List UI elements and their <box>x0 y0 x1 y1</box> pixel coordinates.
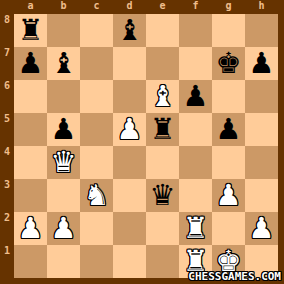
square-f3 <box>179 179 212 212</box>
square-f4 <box>179 146 212 179</box>
square-b2: ♟ <box>47 212 80 245</box>
square-f7 <box>179 47 212 80</box>
square-c8 <box>80 14 113 47</box>
square-a1 <box>14 245 47 278</box>
square-h5 <box>245 113 278 146</box>
piece-black-rook-e5: ♜ <box>146 113 179 146</box>
piece-black-pawn-f6: ♟ <box>179 80 212 113</box>
square-c4 <box>80 146 113 179</box>
square-e8 <box>146 14 179 47</box>
piece-white-pawn-g3: ♟ <box>212 179 245 212</box>
square-h7: ♟ <box>245 47 278 80</box>
piece-white-pawn-a2: ♟ <box>14 212 47 245</box>
piece-black-king-g7: ♚ <box>212 47 245 80</box>
square-d2 <box>113 212 146 245</box>
square-b3 <box>47 179 80 212</box>
square-b4: ♛ <box>47 146 80 179</box>
square-f5 <box>179 113 212 146</box>
piece-black-rook-a8: ♜ <box>14 14 47 47</box>
rank-label-3: 3 <box>0 179 14 212</box>
chess-board-diagram: abcdefgh 87654321 ♜♝♟♝♚♟♝♟♟♟♜♟♛♞♛♟♟♟♜♟♜♚… <box>0 0 284 284</box>
file-label-e: e <box>146 0 179 14</box>
rank-label-4: 4 <box>0 146 14 179</box>
square-c2 <box>80 212 113 245</box>
piece-black-pawn-a7: ♟ <box>14 47 47 80</box>
file-label-g: g <box>212 0 245 14</box>
square-h4 <box>245 146 278 179</box>
square-b8 <box>47 14 80 47</box>
rank-label-5: 5 <box>0 113 14 146</box>
square-g4 <box>212 146 245 179</box>
square-h6 <box>245 80 278 113</box>
rank-label-6: 6 <box>0 80 14 113</box>
square-h2: ♟ <box>245 212 278 245</box>
square-g7: ♚ <box>212 47 245 80</box>
square-a3 <box>14 179 47 212</box>
square-a6 <box>14 80 47 113</box>
square-e7 <box>146 47 179 80</box>
square-c7 <box>80 47 113 80</box>
square-d6 <box>113 80 146 113</box>
square-e1 <box>146 245 179 278</box>
square-d7 <box>113 47 146 80</box>
square-f8 <box>179 14 212 47</box>
square-d5: ♟ <box>113 113 146 146</box>
piece-white-pawn-d5: ♟ <box>113 113 146 146</box>
square-e3: ♛ <box>146 179 179 212</box>
piece-black-pawn-g5: ♟ <box>212 113 245 146</box>
square-d8: ♝ <box>113 14 146 47</box>
square-c1 <box>80 245 113 278</box>
square-g6 <box>212 80 245 113</box>
square-g3: ♟ <box>212 179 245 212</box>
square-e4 <box>146 146 179 179</box>
square-a4 <box>14 146 47 179</box>
square-b7: ♝ <box>47 47 80 80</box>
square-e6: ♝ <box>146 80 179 113</box>
rank-label-1: 1 <box>0 245 14 278</box>
square-b1 <box>47 245 80 278</box>
piece-black-bishop-b7: ♝ <box>47 47 80 80</box>
chessgames-watermark: CHESSGAMES.COM <box>188 270 281 283</box>
square-d4 <box>113 146 146 179</box>
file-label-h: h <box>245 0 278 14</box>
file-label-c: c <box>80 0 113 14</box>
square-d1 <box>113 245 146 278</box>
piece-white-bishop-e6: ♝ <box>146 80 179 113</box>
piece-black-bishop-d8: ♝ <box>113 14 146 47</box>
square-e2 <box>146 212 179 245</box>
square-e5: ♜ <box>146 113 179 146</box>
square-h8 <box>245 14 278 47</box>
square-c5 <box>80 113 113 146</box>
square-a8: ♜ <box>14 14 47 47</box>
square-f2: ♜ <box>179 212 212 245</box>
piece-black-pawn-b5: ♟ <box>47 113 80 146</box>
square-d3 <box>113 179 146 212</box>
square-a5 <box>14 113 47 146</box>
square-a7: ♟ <box>14 47 47 80</box>
square-b6 <box>47 80 80 113</box>
piece-white-pawn-h2: ♟ <box>245 212 278 245</box>
square-a2: ♟ <box>14 212 47 245</box>
square-f6: ♟ <box>179 80 212 113</box>
square-h3 <box>245 179 278 212</box>
square-g5: ♟ <box>212 113 245 146</box>
square-c3: ♞ <box>80 179 113 212</box>
square-c6 <box>80 80 113 113</box>
square-b5: ♟ <box>47 113 80 146</box>
rank-label-8: 8 <box>0 14 14 47</box>
piece-black-pawn-h7: ♟ <box>245 47 278 80</box>
rank-labels: 87654321 <box>0 14 14 278</box>
file-label-f: f <box>179 0 212 14</box>
file-label-b: b <box>47 0 80 14</box>
piece-black-queen-e3: ♛ <box>146 179 179 212</box>
file-labels: abcdefgh <box>14 0 278 14</box>
rank-label-2: 2 <box>0 212 14 245</box>
square-g2 <box>212 212 245 245</box>
piece-white-rook-f2: ♜ <box>179 212 212 245</box>
file-label-d: d <box>113 0 146 14</box>
rank-label-7: 7 <box>0 47 14 80</box>
piece-white-knight-c3: ♞ <box>80 179 113 212</box>
file-label-a: a <box>14 0 47 14</box>
piece-white-queen-b4: ♛ <box>47 146 80 179</box>
piece-white-pawn-b2: ♟ <box>47 212 80 245</box>
square-g8 <box>212 14 245 47</box>
chess-board: ♜♝♟♝♚♟♝♟♟♟♜♟♛♞♛♟♟♟♜♟♜♚ <box>14 14 278 278</box>
